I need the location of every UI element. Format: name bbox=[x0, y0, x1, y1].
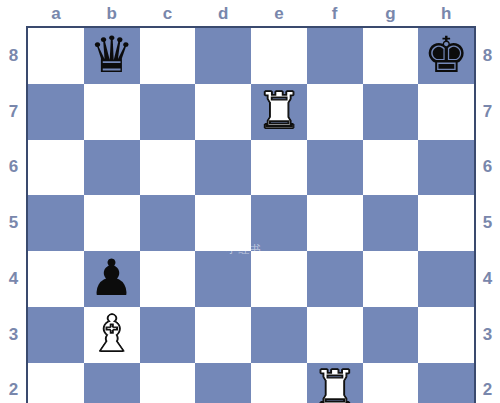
square-b6[interactable] bbox=[84, 140, 140, 196]
square-f5[interactable] bbox=[307, 195, 363, 251]
square-e4[interactable] bbox=[251, 251, 307, 307]
file-label-a: a bbox=[28, 0, 84, 27]
square-d3[interactable] bbox=[195, 307, 251, 363]
square-g4[interactable] bbox=[363, 251, 419, 307]
square-b8[interactable]: ♛ bbox=[84, 28, 140, 84]
file-label-d: d bbox=[195, 0, 251, 27]
square-h5[interactable] bbox=[418, 195, 474, 251]
square-d5[interactable] bbox=[195, 195, 251, 251]
rank-label-left-2: 2 bbox=[0, 363, 27, 403]
square-h8[interactable]: ♚ bbox=[418, 28, 474, 84]
rank-label-right-3: 3 bbox=[475, 307, 500, 363]
square-e6[interactable] bbox=[251, 140, 307, 196]
rank-label-left-4: 4 bbox=[0, 251, 27, 307]
square-d7[interactable] bbox=[195, 84, 251, 140]
rank-label-left-5: 5 bbox=[0, 195, 27, 251]
file-label-f: f bbox=[307, 0, 363, 27]
square-a5[interactable] bbox=[28, 195, 84, 251]
square-e7[interactable]: ♜ bbox=[251, 84, 307, 140]
square-d6[interactable] bbox=[195, 140, 251, 196]
square-e8[interactable] bbox=[251, 28, 307, 84]
square-f6[interactable] bbox=[307, 140, 363, 196]
rank-label-right-7: 7 bbox=[475, 84, 500, 140]
file-label-e: e bbox=[251, 0, 307, 27]
square-h6[interactable] bbox=[418, 140, 474, 196]
square-a6[interactable] bbox=[28, 140, 84, 196]
piece-black-king-h8[interactable]: ♚ bbox=[424, 30, 469, 80]
square-g3[interactable] bbox=[363, 307, 419, 363]
square-f3[interactable] bbox=[307, 307, 363, 363]
square-b5[interactable] bbox=[84, 195, 140, 251]
file-labels: abcdefgh bbox=[28, 0, 474, 27]
square-a8[interactable] bbox=[28, 28, 84, 84]
square-b2[interactable] bbox=[84, 363, 140, 403]
square-h4[interactable] bbox=[418, 251, 474, 307]
piece-black-queen-b8[interactable]: ♛ bbox=[89, 30, 134, 80]
square-e3[interactable] bbox=[251, 307, 307, 363]
square-b4[interactable]: ♟ bbox=[84, 251, 140, 307]
piece-white-bishop-b3[interactable]: ♝ bbox=[89, 309, 134, 359]
square-f2[interactable]: ♜ bbox=[307, 363, 363, 403]
square-f7[interactable] bbox=[307, 84, 363, 140]
square-e2[interactable] bbox=[251, 363, 307, 403]
square-b7[interactable] bbox=[84, 84, 140, 140]
rank-label-right-5: 5 bbox=[475, 195, 500, 251]
rank-label-right-4: 4 bbox=[475, 251, 500, 307]
piece-black-pawn-b4[interactable]: ♟ bbox=[89, 253, 134, 303]
square-c7[interactable] bbox=[140, 84, 196, 140]
square-a3[interactable] bbox=[28, 307, 84, 363]
file-label-g: g bbox=[363, 0, 419, 27]
rank-label-left-6: 6 bbox=[0, 140, 27, 196]
rank-labels-left: 87654321 bbox=[0, 28, 27, 403]
piece-white-rook-f2[interactable]: ♜ bbox=[312, 364, 357, 403]
square-d2[interactable] bbox=[195, 363, 251, 403]
square-g2[interactable] bbox=[363, 363, 419, 403]
chess-diagram: abcdefgh 87654321 87654321 ♛♚♜♟♝♜ 小红书 bbox=[0, 0, 500, 403]
square-c6[interactable] bbox=[140, 140, 196, 196]
rank-label-left-3: 3 bbox=[0, 307, 27, 363]
square-f8[interactable] bbox=[307, 28, 363, 84]
square-g6[interactable] bbox=[363, 140, 419, 196]
rank-label-right-8: 8 bbox=[475, 28, 500, 84]
square-c2[interactable] bbox=[140, 363, 196, 403]
square-h3[interactable] bbox=[418, 307, 474, 363]
square-c4[interactable] bbox=[140, 251, 196, 307]
square-a2[interactable] bbox=[28, 363, 84, 403]
square-g5[interactable] bbox=[363, 195, 419, 251]
square-b3[interactable]: ♝ bbox=[84, 307, 140, 363]
rank-label-right-2: 2 bbox=[475, 363, 500, 403]
square-g7[interactable] bbox=[363, 84, 419, 140]
square-a4[interactable] bbox=[28, 251, 84, 307]
rank-labels-right: 87654321 bbox=[475, 28, 500, 403]
board: ♛♚♜♟♝♜ bbox=[28, 28, 474, 403]
square-d4[interactable] bbox=[195, 251, 251, 307]
rank-label-left-7: 7 bbox=[0, 84, 27, 140]
file-label-c: c bbox=[140, 0, 196, 27]
file-label-h: h bbox=[418, 0, 474, 27]
square-g8[interactable] bbox=[363, 28, 419, 84]
square-h7[interactable] bbox=[418, 84, 474, 140]
square-c8[interactable] bbox=[140, 28, 196, 84]
rank-label-left-8: 8 bbox=[0, 28, 27, 84]
square-f4[interactable] bbox=[307, 251, 363, 307]
square-h2[interactable] bbox=[418, 363, 474, 403]
file-label-b: b bbox=[84, 0, 140, 27]
square-a7[interactable] bbox=[28, 84, 84, 140]
square-e5[interactable] bbox=[251, 195, 307, 251]
piece-white-rook-e7[interactable]: ♜ bbox=[256, 86, 301, 136]
square-d8[interactable] bbox=[195, 28, 251, 84]
rank-label-right-6: 6 bbox=[475, 140, 500, 196]
square-c5[interactable] bbox=[140, 195, 196, 251]
square-c3[interactable] bbox=[140, 307, 196, 363]
